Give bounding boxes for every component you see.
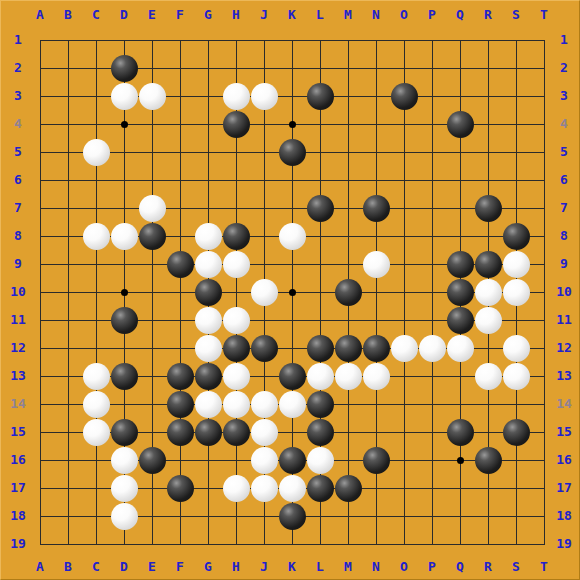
stone-black-N16[interactable]: [363, 447, 390, 474]
stone-white-J15[interactable]: [251, 419, 278, 446]
column-label: B: [54, 554, 82, 580]
stone-black-D11[interactable]: [111, 307, 138, 334]
stone-white-S9[interactable]: [503, 251, 530, 278]
stone-white-G12[interactable]: [195, 335, 222, 362]
stone-white-H17[interactable]: [223, 475, 250, 502]
star-point: [457, 457, 464, 464]
column-label: Q: [446, 2, 474, 28]
row-label: 17: [547, 475, 580, 501]
grid-line: [404, 40, 405, 545]
row-label: 12: [1, 335, 35, 361]
grid-line: [432, 40, 433, 545]
row-label: 10: [1, 279, 35, 305]
row-label: 15: [1, 419, 35, 445]
column-label: P: [418, 554, 446, 580]
stone-black-M10[interactable]: [335, 279, 362, 306]
stone-black-K13[interactable]: [279, 363, 306, 390]
column-label: B: [54, 2, 82, 28]
stone-black-R16[interactable]: [475, 447, 502, 474]
stone-black-Q10[interactable]: [447, 279, 474, 306]
row-label: 17: [1, 475, 35, 501]
row-label: 8: [1, 223, 35, 249]
stone-white-J3[interactable]: [251, 83, 278, 110]
row-label: 15: [547, 419, 580, 445]
column-label: G: [194, 554, 222, 580]
grid-line: [544, 40, 545, 545]
stone-black-K18[interactable]: [279, 503, 306, 530]
column-label: O: [390, 554, 418, 580]
stone-black-E8[interactable]: [139, 223, 166, 250]
row-label: 7: [547, 195, 580, 221]
column-label: E: [138, 2, 166, 28]
row-label: 8: [547, 223, 580, 249]
stone-black-L17[interactable]: [307, 475, 334, 502]
column-label: F: [166, 2, 194, 28]
stone-white-K14[interactable]: [279, 391, 306, 418]
row-label: 6: [547, 167, 580, 193]
stone-black-L14[interactable]: [307, 391, 334, 418]
column-label: L: [306, 2, 334, 28]
column-label: A: [26, 554, 54, 580]
stone-white-G9[interactable]: [195, 251, 222, 278]
stone-white-H9[interactable]: [223, 251, 250, 278]
stone-black-N12[interactable]: [363, 335, 390, 362]
stone-white-K17[interactable]: [279, 475, 306, 502]
stone-black-J12[interactable]: [251, 335, 278, 362]
stone-white-P12[interactable]: [419, 335, 446, 362]
stone-black-Q15[interactable]: [447, 419, 474, 446]
column-label: T: [530, 554, 558, 580]
stone-black-H8[interactable]: [223, 223, 250, 250]
stone-white-D16[interactable]: [111, 447, 138, 474]
column-label: P: [418, 2, 446, 28]
stone-white-C15[interactable]: [83, 419, 110, 446]
row-label: 4: [1, 111, 35, 137]
stone-black-F15[interactable]: [167, 419, 194, 446]
stone-white-G8[interactable]: [195, 223, 222, 250]
stone-black-L15[interactable]: [307, 419, 334, 446]
stone-black-F17[interactable]: [167, 475, 194, 502]
column-label: S: [502, 2, 530, 28]
stone-white-C14[interactable]: [83, 391, 110, 418]
row-label: 13: [547, 363, 580, 389]
stone-white-O12[interactable]: [391, 335, 418, 362]
stone-white-H13[interactable]: [223, 363, 250, 390]
column-label: O: [390, 2, 418, 28]
stone-white-J14[interactable]: [251, 391, 278, 418]
stone-white-D3[interactable]: [111, 83, 138, 110]
column-label: M: [334, 2, 362, 28]
stone-white-S12[interactable]: [503, 335, 530, 362]
stone-white-L13[interactable]: [307, 363, 334, 390]
stone-black-H4[interactable]: [223, 111, 250, 138]
stone-black-S15[interactable]: [503, 419, 530, 446]
row-label: 16: [547, 447, 580, 473]
row-label: 14: [547, 391, 580, 417]
column-label: J: [250, 2, 278, 28]
stone-white-R11[interactable]: [475, 307, 502, 334]
row-label: 2: [1, 55, 35, 81]
column-label: H: [222, 2, 250, 28]
row-label: 19: [547, 531, 580, 557]
stone-white-J10[interactable]: [251, 279, 278, 306]
stone-black-K5[interactable]: [279, 139, 306, 166]
stone-black-H12[interactable]: [223, 335, 250, 362]
stone-black-L3[interactable]: [307, 83, 334, 110]
column-label: Q: [446, 554, 474, 580]
stone-black-G10[interactable]: [195, 279, 222, 306]
stone-black-Q11[interactable]: [447, 307, 474, 334]
star-point: [121, 289, 128, 296]
column-label: C: [82, 2, 110, 28]
row-label: 2: [547, 55, 580, 81]
stone-black-M17[interactable]: [335, 475, 362, 502]
row-label: 11: [547, 307, 580, 333]
column-label: A: [26, 2, 54, 28]
stone-white-E3[interactable]: [139, 83, 166, 110]
row-label: 7: [1, 195, 35, 221]
column-label: N: [362, 2, 390, 28]
stone-white-D17[interactable]: [111, 475, 138, 502]
stone-black-M12[interactable]: [335, 335, 362, 362]
row-label: 18: [1, 503, 35, 529]
stone-black-Q4[interactable]: [447, 111, 474, 138]
stone-white-G14[interactable]: [195, 391, 222, 418]
stone-black-L12[interactable]: [307, 335, 334, 362]
column-label: D: [110, 554, 138, 580]
stone-black-F14[interactable]: [167, 391, 194, 418]
stone-white-D18[interactable]: [111, 503, 138, 530]
stone-black-E16[interactable]: [139, 447, 166, 474]
stone-black-Q9[interactable]: [447, 251, 474, 278]
column-label: K: [278, 2, 306, 28]
column-label: C: [82, 554, 110, 580]
column-label: H: [222, 554, 250, 580]
stone-black-D2[interactable]: [111, 55, 138, 82]
column-label: K: [278, 554, 306, 580]
row-label: 16: [1, 447, 35, 473]
stone-black-H15[interactable]: [223, 419, 250, 446]
row-label: 6: [1, 167, 35, 193]
stone-black-D15[interactable]: [111, 419, 138, 446]
stone-black-G13[interactable]: [195, 363, 222, 390]
stone-white-J16[interactable]: [251, 447, 278, 474]
stone-black-N7[interactable]: [363, 195, 390, 222]
stone-white-J17[interactable]: [251, 475, 278, 502]
column-label: N: [362, 554, 390, 580]
column-label: E: [138, 554, 166, 580]
row-label: 14: [1, 391, 35, 417]
star-point: [121, 121, 128, 128]
column-label: G: [194, 2, 222, 28]
stone-black-K16[interactable]: [279, 447, 306, 474]
stone-white-M13[interactable]: [335, 363, 362, 390]
row-label: 13: [1, 363, 35, 389]
column-label: S: [502, 554, 530, 580]
stone-white-H11[interactable]: [223, 307, 250, 334]
column-label: T: [530, 2, 558, 28]
stone-black-L7[interactable]: [307, 195, 334, 222]
row-label: 1: [1, 27, 35, 53]
stone-white-C8[interactable]: [83, 223, 110, 250]
stone-black-F13[interactable]: [167, 363, 194, 390]
stone-black-O3[interactable]: [391, 83, 418, 110]
row-label: 1: [547, 27, 580, 53]
column-label: D: [110, 2, 138, 28]
stone-white-R10[interactable]: [475, 279, 502, 306]
column-label: F: [166, 554, 194, 580]
stone-black-D13[interactable]: [111, 363, 138, 390]
star-point: [289, 289, 296, 296]
column-label: M: [334, 554, 362, 580]
row-label: 12: [547, 335, 580, 361]
stone-white-G11[interactable]: [195, 307, 222, 334]
row-label: 11: [1, 307, 35, 333]
column-label: R: [474, 2, 502, 28]
row-label: 4: [547, 111, 580, 137]
column-label: L: [306, 554, 334, 580]
row-label: 9: [547, 251, 580, 277]
stone-white-K8[interactable]: [279, 223, 306, 250]
stone-white-Q12[interactable]: [447, 335, 474, 362]
stone-white-N13[interactable]: [363, 363, 390, 390]
row-label: 18: [547, 503, 580, 529]
stone-black-S8[interactable]: [503, 223, 530, 250]
row-label: 9: [1, 251, 35, 277]
stone-white-H3[interactable]: [223, 83, 250, 110]
stone-white-D8[interactable]: [111, 223, 138, 250]
stone-black-G15[interactable]: [195, 419, 222, 446]
row-label: 5: [547, 139, 580, 165]
stone-white-E7[interactable]: [139, 195, 166, 222]
stone-white-C5[interactable]: [83, 139, 110, 166]
grid-line: [40, 544, 545, 545]
column-label: R: [474, 554, 502, 580]
stone-white-N9[interactable]: [363, 251, 390, 278]
stone-white-H14[interactable]: [223, 391, 250, 418]
stone-white-R13[interactable]: [475, 363, 502, 390]
go-board-window: ABCDEFGHJKLMNOPQRST ABCDEFGHJKLMNOPQRST …: [0, 0, 580, 580]
stone-white-S13[interactable]: [503, 363, 530, 390]
stone-black-R7[interactable]: [475, 195, 502, 222]
column-label: J: [250, 554, 278, 580]
stone-black-F9[interactable]: [167, 251, 194, 278]
stone-black-R9[interactable]: [475, 251, 502, 278]
row-label: 3: [1, 83, 35, 109]
row-label: 19: [1, 531, 35, 557]
row-label: 5: [1, 139, 35, 165]
stone-white-L16[interactable]: [307, 447, 334, 474]
stone-white-C13[interactable]: [83, 363, 110, 390]
row-label: 10: [547, 279, 580, 305]
row-label: 3: [547, 83, 580, 109]
stone-white-S10[interactable]: [503, 279, 530, 306]
star-point: [289, 121, 296, 128]
